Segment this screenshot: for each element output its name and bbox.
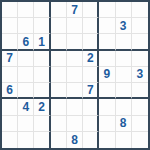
- cell-r9c1[interactable]: [2, 132, 18, 148]
- cell-r6c9[interactable]: [132, 83, 148, 99]
- cell-r4c9[interactable]: [132, 51, 148, 67]
- cell-r2c6[interactable]: [83, 18, 99, 34]
- cell-r7c5[interactable]: [67, 99, 83, 115]
- cell-r7c7[interactable]: [99, 99, 115, 115]
- cell-r9c7[interactable]: [99, 132, 115, 148]
- cell-r8c2[interactable]: [18, 116, 34, 132]
- cell-r4c4[interactable]: [51, 51, 67, 67]
- cell-r2c2[interactable]: [18, 18, 34, 34]
- given-digit-r8c8: 8: [116, 116, 132, 132]
- cell-r9c8[interactable]: [116, 132, 132, 148]
- cell-r3c6[interactable]: [83, 34, 99, 50]
- cell-r8c1[interactable]: [2, 116, 18, 132]
- cell-r5c5[interactable]: [67, 67, 83, 83]
- cell-r6c3[interactable]: [34, 83, 50, 99]
- cell-r7c6[interactable]: [83, 99, 99, 115]
- cell-r8c3[interactable]: [34, 116, 50, 132]
- cell-r6c8[interactable]: [116, 83, 132, 99]
- cell-r5c3[interactable]: [34, 67, 50, 83]
- cell-r3c8[interactable]: [116, 34, 132, 50]
- cell-r2c5[interactable]: [67, 18, 83, 34]
- given-digit-r4c1: 7: [2, 51, 18, 67]
- cell-r7c8[interactable]: [116, 99, 132, 115]
- cell-r9c2[interactable]: [18, 132, 34, 148]
- cell-r2c3[interactable]: [34, 18, 50, 34]
- cell-r9c9[interactable]: [132, 132, 148, 148]
- given-digit-r6c6: 7: [83, 83, 99, 99]
- cell-r6c2[interactable]: [18, 83, 34, 99]
- sudoku-board: 73617293674288: [0, 0, 150, 150]
- cell-r4c5[interactable]: [67, 51, 83, 67]
- cell-r4c3[interactable]: [34, 51, 50, 67]
- cell-r2c1[interactable]: [2, 18, 18, 34]
- cell-r1c1[interactable]: [2, 2, 18, 18]
- cell-r4c2[interactable]: [18, 51, 34, 67]
- given-digit-r2c8: 3: [116, 18, 132, 34]
- cell-r5c8[interactable]: [116, 67, 132, 83]
- cell-r4c7[interactable]: [99, 51, 115, 67]
- cell-r3c7[interactable]: [99, 34, 115, 50]
- cell-r7c9[interactable]: [132, 99, 148, 115]
- cell-r8c5[interactable]: [67, 116, 83, 132]
- cell-r1c6[interactable]: [83, 2, 99, 18]
- cell-r1c2[interactable]: [18, 2, 34, 18]
- given-digit-r7c2: 4: [18, 99, 34, 115]
- given-digit-r3c3: 1: [34, 34, 50, 50]
- cell-r1c9[interactable]: [132, 2, 148, 18]
- cell-r9c6[interactable]: [83, 132, 99, 148]
- cell-r5c2[interactable]: [18, 67, 34, 83]
- cell-r5c4[interactable]: [51, 67, 67, 83]
- cell-r7c4[interactable]: [51, 99, 67, 115]
- given-digit-r7c3: 2: [34, 99, 50, 115]
- given-digit-r5c9: 3: [132, 67, 148, 83]
- cell-r7c1[interactable]: [2, 99, 18, 115]
- cell-r1c7[interactable]: [99, 2, 115, 18]
- given-digit-r5c7: 9: [99, 67, 115, 83]
- cell-r2c9[interactable]: [132, 18, 148, 34]
- cell-r8c9[interactable]: [132, 116, 148, 132]
- cell-r1c8[interactable]: [116, 2, 132, 18]
- cell-r6c4[interactable]: [51, 83, 67, 99]
- given-digit-r4c6: 2: [83, 51, 99, 67]
- cell-r3c5[interactable]: [67, 34, 83, 50]
- given-digit-r3c2: 6: [18, 34, 34, 50]
- cell-r2c7[interactable]: [99, 18, 115, 34]
- cell-r1c4[interactable]: [51, 2, 67, 18]
- given-digit-r9c5: 8: [67, 132, 83, 148]
- cell-r9c4[interactable]: [51, 132, 67, 148]
- given-digit-r1c5: 7: [67, 2, 83, 18]
- cell-r3c1[interactable]: [2, 34, 18, 50]
- cell-r5c6[interactable]: [83, 67, 99, 83]
- cell-r8c4[interactable]: [51, 116, 67, 132]
- cell-r5c1[interactable]: [2, 67, 18, 83]
- cell-r8c7[interactable]: [99, 116, 115, 132]
- cell-r4c8[interactable]: [116, 51, 132, 67]
- cell-r2c4[interactable]: [51, 18, 67, 34]
- cell-r3c4[interactable]: [51, 34, 67, 50]
- cell-r8c6[interactable]: [83, 116, 99, 132]
- given-digit-r6c1: 6: [2, 83, 18, 99]
- cell-r3c9[interactable]: [132, 34, 148, 50]
- cell-r6c5[interactable]: [67, 83, 83, 99]
- cell-r1c3[interactable]: [34, 2, 50, 18]
- cell-r9c3[interactable]: [34, 132, 50, 148]
- cell-r6c7[interactable]: [99, 83, 115, 99]
